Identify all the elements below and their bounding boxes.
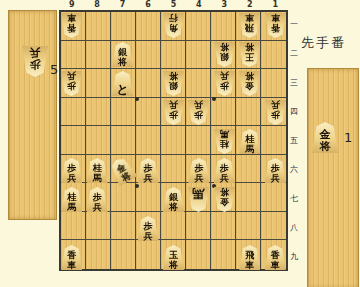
board-cell[interactable] [261,69,286,98]
piece-glyph: 馬 [67,202,76,212]
board-cell[interactable] [111,240,136,269]
board-cell[interactable] [261,41,286,70]
piece-glyph: 歩 [194,110,203,120]
board-cell[interactable] [136,183,161,212]
board-cell[interactable] [61,41,86,70]
board-cell[interactable] [261,183,286,212]
piece-glyph: 兵 [220,173,229,183]
piece-glyph: 兵 [271,100,280,110]
rank-label-2: 二 [289,49,299,58]
board-cell[interactable] [161,126,186,155]
piece-glyph: 兵 [194,173,203,183]
board-cell[interactable] [186,212,211,241]
hand-count: 1 [344,130,352,145]
rank-label-4: 四 [289,107,299,116]
piece-glyph: 将 [245,42,254,52]
board-cell[interactable] [86,69,111,98]
board-cell[interactable] [111,183,136,212]
piece-glyph: 王 [245,52,254,62]
piece-glyph: 金 [220,197,229,207]
board-cell[interactable] [211,212,236,241]
piece-glyph: と [116,83,128,96]
board-cell[interactable] [236,155,261,184]
rank-label-5: 五 [289,136,299,145]
piece-glyph: 歩 [144,163,153,173]
board-cell[interactable] [111,212,136,241]
file-label-7: 7 [116,0,130,9]
board-cell[interactable] [86,240,111,269]
board-cell[interactable] [111,126,136,155]
piece-glyph: 香 [271,23,280,33]
piece-glyph: 将 [245,71,254,81]
rank-label-9: 九 [289,252,299,261]
board-cell[interactable] [136,69,161,98]
piece-glyph: 香 [271,250,280,260]
piece-glyph: 将 [220,42,229,52]
rank-label-8: 八 [289,223,299,232]
board-cell[interactable] [86,212,111,241]
piece-glyph: 将 [220,187,229,197]
board-cell[interactable] [186,240,211,269]
piece-glyph: 歩 [67,163,76,173]
board-cell[interactable] [186,126,211,155]
board-cell[interactable] [111,12,136,41]
piece-glyph: 飛 [245,250,254,260]
board-cell[interactable] [236,183,261,212]
piece-glyph: 金 [245,81,254,91]
piece-glyph: 玉 [169,250,178,260]
board-cell[interactable] [161,155,186,184]
file-label-1: 1 [268,0,282,9]
piece-glyph: 将 [118,57,127,67]
piece-glyph: 兵 [169,100,178,110]
piece-glyph: 将 [169,71,178,81]
board-cell[interactable] [61,98,86,127]
piece-glyph: 桂 [93,163,102,173]
board-cell[interactable] [186,69,211,98]
piece-glyph: 歩 [93,192,102,202]
rank-label-6: 六 [289,165,299,174]
star-point [135,97,139,101]
piece-glyph: 角 [169,23,178,33]
piece-glyph: 銀 [169,81,178,91]
piece-glyph: 飛 [245,23,254,33]
file-label-3: 3 [217,0,231,9]
rank-label-1: 一 [289,20,299,29]
board-cell[interactable] [186,12,211,41]
board-cell[interactable] [86,98,111,127]
piece-glyph: 行 [169,13,178,23]
board-cell[interactable] [211,12,236,41]
file-label-8: 8 [90,0,104,9]
board-cell[interactable] [261,126,286,155]
star-point [135,184,139,188]
piece-glyph: 兵 [144,173,153,183]
file-label-4: 4 [192,0,206,9]
board-cell[interactable] [161,212,186,241]
piece-glyph: 兵 [194,100,203,110]
piece-glyph: 歩 [220,81,229,91]
piece-glyph: 車 [67,260,76,270]
board-cell[interactable] [236,212,261,241]
piece-glyph: 兵 [67,71,76,81]
board-cell[interactable] [86,12,111,41]
piece-glyph: 兵 [271,173,280,183]
piece-glyph: 車 [245,13,254,23]
rank-label-7: 七 [289,194,299,203]
file-label-2: 2 [243,0,257,9]
piece-glyph: 桂 [220,139,229,149]
sente-hand-stand [307,68,359,287]
board-cell[interactable] [136,98,161,127]
rank-label-3: 三 [289,78,299,87]
board-cell[interactable] [211,98,236,127]
piece-glyph: 銀 [220,52,229,62]
board-cell[interactable] [211,240,236,269]
piece-glyph: 将 [320,141,331,153]
board-cell[interactable] [136,126,161,155]
board-cell[interactable] [236,98,261,127]
hand-count: 5 [50,62,58,77]
board-cell[interactable] [86,126,111,155]
piece-glyph: 歩 [194,163,203,173]
piece-glyph: 将 [169,202,178,212]
piece-glyph: 馬 [245,144,254,154]
piece-glyph: 歩 [30,58,41,70]
piece-glyph: 兵 [93,202,102,212]
piece-glyph: 車 [271,13,280,23]
piece-glyph: 馬 [93,173,102,183]
board-cell[interactable] [261,212,286,241]
board-cell[interactable] [136,41,161,70]
star-point [212,97,216,101]
piece-glyph: 車 [67,13,76,23]
turn-indicator: 先手番 [301,34,359,52]
piece-glyph: 将 [169,260,178,270]
board-cell[interactable] [136,240,161,269]
board-cell[interactable] [61,126,86,155]
piece-glyph: 桂 [245,134,254,144]
piece-glyph: 兵 [144,231,153,241]
piece-glyph: 銀 [118,47,127,57]
gote-hand-stand [8,10,57,220]
piece-glyph: 馬 [220,129,229,139]
board-cell[interactable] [111,98,136,127]
piece-glyph: 歩 [271,163,280,173]
file-label-5: 5 [166,0,180,9]
piece-glyph: 香 [67,23,76,33]
piece-glyph: 歩 [220,163,229,173]
piece-glyph: 兵 [220,71,229,81]
file-label-6: 6 [141,0,155,9]
piece-glyph: 銀 [169,192,178,202]
board-cell[interactable] [86,41,111,70]
piece-glyph: 香 [67,250,76,260]
piece-glyph: 歩 [144,221,153,231]
board-cell[interactable] [136,12,161,41]
board-cell[interactable] [186,41,211,70]
piece-glyph: 桂 [67,192,76,202]
piece-glyph: 兵 [30,46,41,58]
file-label-9: 9 [65,0,79,9]
piece-glyph: 馬 [193,187,205,200]
piece-glyph: 歩 [271,110,280,120]
piece-glyph: 兵 [67,173,76,183]
shogi-app: { "game": "shogi", "turn_label": "先手番", … [0,0,360,287]
piece-glyph: 車 [271,260,280,270]
board-cell[interactable] [61,212,86,241]
piece-glyph: 車 [245,260,254,270]
piece-glyph: 歩 [169,110,178,120]
board-cell[interactable] [161,41,186,70]
piece-glyph: 歩 [67,81,76,91]
